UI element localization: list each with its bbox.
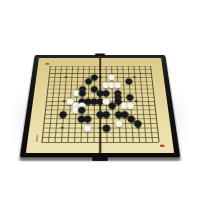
black-stone[interactable]: ●	[133, 118, 142, 127]
black-stone[interactable]: ●	[102, 123, 111, 132]
white-stone[interactable]: ●	[114, 118, 123, 127]
hinge-tab-icon	[95, 53, 105, 55]
black-stone[interactable]: ●	[58, 109, 67, 118]
black-stone[interactable]: ●	[125, 77, 133, 85]
go-board[interactable]: ●●●●●●●●●●●●●●●●●●●●●●●●●●●●●●●●●●●●●●●●…	[20, 55, 181, 157]
corner-stamp-icon	[45, 63, 49, 65]
corner-stamp-icon	[159, 144, 164, 147]
product-photo-scene: ●●●●●●●●●●●●●●●●●●●●●●●●●●●●●●●●●●●●●●●●…	[0, 0, 200, 200]
side-inscription	[35, 135, 38, 142]
black-stone[interactable]: ●	[102, 109, 111, 118]
white-stone[interactable]: ●	[83, 123, 92, 132]
board-surface: ●●●●●●●●●●●●●●●●●●●●●●●●●●●●●●●●●●●●●●●●…	[26, 58, 174, 153]
hinge-tab-icon	[92, 157, 108, 161]
stones-layer: ●●●●●●●●●●●●●●●●●●●●●●●●●●●●●●●●●●●●●●●●…	[41, 66, 158, 142]
